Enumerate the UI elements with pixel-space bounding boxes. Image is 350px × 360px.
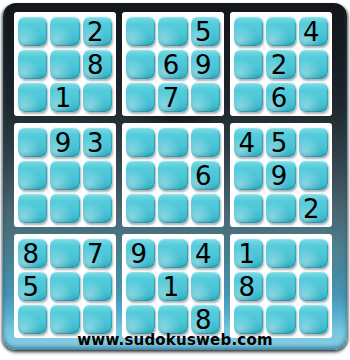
cell-r1c3[interactable]: 2 — [83, 16, 112, 46]
cell-r6c8[interactable] — [266, 193, 295, 223]
cell-r5c5[interactable] — [158, 160, 187, 190]
given-digit: 1 — [55, 85, 72, 111]
cell-r7c3[interactable]: 7 — [83, 238, 112, 268]
site-link[interactable]: www.sudokusweb.com — [3, 332, 347, 349]
cell-r1c5[interactable] — [158, 16, 187, 46]
cell-r6c9[interactable]: 2 — [299, 193, 328, 223]
given-digit: 6 — [271, 85, 288, 111]
cell-r2c4[interactable] — [126, 49, 155, 79]
cell-r1c9[interactable]: 4 — [299, 16, 328, 46]
cell-r8c7[interactable]: 8 — [234, 271, 263, 301]
board-frame: 28156974269364592875941818 www.sudokuswe… — [3, 3, 347, 350]
cell-r8c1[interactable]: 5 — [18, 271, 47, 301]
cell-r9c1[interactable] — [18, 304, 47, 334]
given-digit: 4 — [195, 241, 212, 267]
cell-r8c6[interactable] — [191, 271, 220, 301]
cell-r4c3[interactable]: 3 — [83, 127, 112, 157]
cell-r7c5[interactable] — [158, 238, 187, 268]
cell-r5c8[interactable]: 9 — [266, 160, 295, 190]
cell-r4c8[interactable]: 5 — [266, 127, 295, 157]
cell-r1c2[interactable] — [50, 16, 79, 46]
cell-r2c8[interactable]: 2 — [266, 49, 295, 79]
cell-r2c2[interactable] — [50, 49, 79, 79]
box-3-1: 875 — [14, 234, 116, 338]
given-digit: 2 — [87, 19, 104, 45]
given-digit: 3 — [87, 130, 104, 156]
cell-r2c3[interactable]: 8 — [83, 49, 112, 79]
given-digit: 2 — [271, 52, 288, 78]
box-2-3: 4592 — [230, 123, 332, 227]
cell-r8c4[interactable] — [126, 271, 155, 301]
cell-r3c4[interactable] — [126, 82, 155, 112]
cell-r9c9[interactable] — [299, 304, 328, 334]
box-3-3: 18 — [230, 234, 332, 338]
cell-r1c4[interactable] — [126, 16, 155, 46]
given-digit: 2 — [303, 196, 320, 222]
given-digit: 7 — [87, 241, 104, 267]
cell-r9c8[interactable] — [266, 304, 295, 334]
given-digit: 7 — [163, 85, 180, 111]
cell-r4c6[interactable] — [191, 127, 220, 157]
given-digit: 8 — [238, 274, 255, 300]
cell-r6c1[interactable] — [18, 193, 47, 223]
given-digit: 1 — [163, 274, 180, 300]
given-digit: 9 — [195, 52, 212, 78]
given-digit: 8 — [22, 241, 39, 267]
cell-r9c5[interactable] — [158, 304, 187, 334]
cell-r2c9[interactable] — [299, 49, 328, 79]
cell-r3c9[interactable] — [299, 82, 328, 112]
cell-r8c8[interactable] — [266, 271, 295, 301]
given-digit: 9 — [55, 130, 72, 156]
cell-r6c3[interactable] — [83, 193, 112, 223]
cell-r6c7[interactable] — [234, 193, 263, 223]
given-digit: 6 — [163, 52, 180, 78]
cell-r7c6[interactable]: 4 — [191, 238, 220, 268]
box-1-3: 426 — [230, 12, 332, 116]
given-digit: 5 — [195, 19, 212, 45]
box-2-2: 6 — [122, 123, 224, 227]
cell-r9c3[interactable] — [83, 304, 112, 334]
cell-r4c1[interactable] — [18, 127, 47, 157]
cell-r9c2[interactable] — [50, 304, 79, 334]
cell-r1c7[interactable] — [234, 16, 263, 46]
cell-r7c2[interactable] — [50, 238, 79, 268]
cell-r2c7[interactable] — [234, 49, 263, 79]
given-digit: 6 — [195, 163, 212, 189]
cell-r5c4[interactable] — [126, 160, 155, 190]
cell-r5c3[interactable] — [83, 160, 112, 190]
cell-r8c9[interactable] — [299, 271, 328, 301]
cell-r2c6[interactable]: 9 — [191, 49, 220, 79]
cell-r5c7[interactable] — [234, 160, 263, 190]
cell-r7c7[interactable]: 1 — [234, 238, 263, 268]
cell-r5c2[interactable] — [50, 160, 79, 190]
cell-r3c5[interactable]: 7 — [158, 82, 187, 112]
cell-r4c4[interactable] — [126, 127, 155, 157]
cell-r3c1[interactable] — [18, 82, 47, 112]
cell-r9c4[interactable] — [126, 304, 155, 334]
cell-r8c3[interactable] — [83, 271, 112, 301]
cell-r6c2[interactable] — [50, 193, 79, 223]
cell-r4c7[interactable]: 4 — [234, 127, 263, 157]
box-1-1: 281 — [14, 12, 116, 116]
cell-r1c6[interactable]: 5 — [191, 16, 220, 46]
cell-r7c4[interactable]: 9 — [126, 238, 155, 268]
given-digit: 1 — [238, 241, 255, 267]
cell-r8c2[interactable] — [50, 271, 79, 301]
cell-r5c6[interactable]: 6 — [191, 160, 220, 190]
given-digit: 5 — [271, 130, 288, 156]
box-3-2: 9418 — [122, 234, 224, 338]
cell-r3c7[interactable] — [234, 82, 263, 112]
given-digit: 4 — [303, 19, 320, 45]
cell-r6c4[interactable] — [126, 193, 155, 223]
given-digit: 5 — [22, 274, 39, 300]
cell-r9c6[interactable]: 8 — [191, 304, 220, 334]
box-2-1: 93 — [14, 123, 116, 227]
cell-r7c9[interactable] — [299, 238, 328, 268]
cell-r1c8[interactable] — [266, 16, 295, 46]
cell-r5c9[interactable] — [299, 160, 328, 190]
cell-r2c5[interactable]: 6 — [158, 49, 187, 79]
given-digit: 9 — [271, 163, 288, 189]
cell-r3c8[interactable]: 6 — [266, 82, 295, 112]
cell-r8c5[interactable]: 1 — [158, 271, 187, 301]
cell-r7c8[interactable] — [266, 238, 295, 268]
given-digit: 9 — [130, 241, 147, 267]
cell-r1c1[interactable] — [18, 16, 47, 46]
cell-r4c2[interactable]: 9 — [50, 127, 79, 157]
cell-r6c5[interactable] — [158, 193, 187, 223]
cell-r4c9[interactable] — [299, 127, 328, 157]
sudoku-board: 28156974269364592875941818 — [14, 12, 332, 338]
cell-r3c2[interactable]: 1 — [50, 82, 79, 112]
cell-r2c1[interactable] — [18, 49, 47, 79]
box-1-2: 5697 — [122, 12, 224, 116]
cell-r5c1[interactable] — [18, 160, 47, 190]
cell-r9c7[interactable] — [234, 304, 263, 334]
cell-r3c3[interactable] — [83, 82, 112, 112]
cell-r6c6[interactable] — [191, 193, 220, 223]
cell-r4c5[interactable] — [158, 127, 187, 157]
cell-r7c1[interactable]: 8 — [18, 238, 47, 268]
cell-r3c6[interactable] — [191, 82, 220, 112]
given-digit: 4 — [238, 130, 255, 156]
given-digit: 8 — [195, 307, 212, 333]
given-digit: 8 — [87, 52, 104, 78]
